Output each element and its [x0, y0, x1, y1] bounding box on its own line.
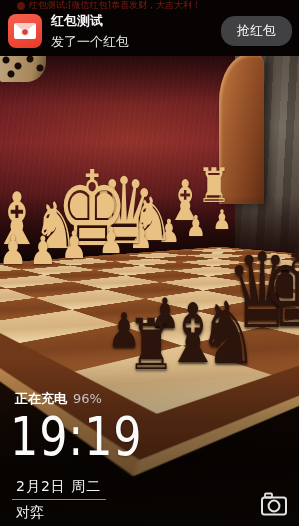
wooden-chair-arm	[219, 54, 264, 204]
red-packet-notification[interactable]: 红包测试 发了一个红包 抢红包	[8, 10, 292, 52]
red-envelope-icon	[8, 14, 42, 48]
camera-shortcut-button[interactable]	[259, 491, 289, 517]
envelope-shape	[14, 23, 36, 39]
notification-message: 发了一个红包	[51, 33, 129, 51]
grab-red-packet-button[interactable]: 抢红包	[221, 16, 292, 46]
lockscreen: ♝♞♚♛♞♝♜♟♟♟♟♟♟♟♟♟♜♟♝♞♛♚ 红包测试:[微信红包]恭喜发财，大…	[0, 0, 299, 526]
notification-texts: 红包测试 发了一个红包	[51, 12, 129, 51]
wallpaper-photo: ♝♞♚♛♞♝♜♟♟♟♟♟♟♟♟♟♜♟♝♞♛♚	[0, 0, 299, 526]
envelope-seal	[21, 28, 29, 36]
ticker-app-icon	[17, 2, 25, 10]
bottom-shadow-overlay	[0, 360, 299, 526]
notification-title: 红包测试	[51, 12, 129, 30]
camera-icon	[259, 491, 289, 517]
